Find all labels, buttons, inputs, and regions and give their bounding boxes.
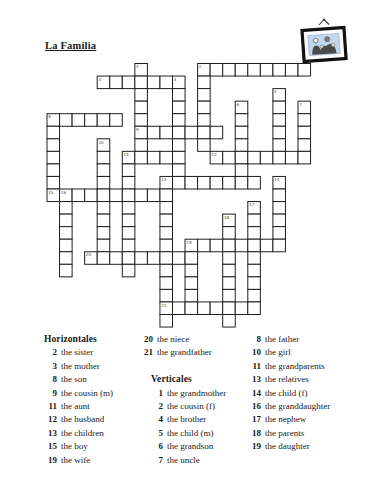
clue-number: 19	[249, 440, 261, 453]
grid-cell-r8c0[interactable]	[47, 164, 60, 177]
grid-cell-r11c18[interactable]	[273, 202, 286, 215]
clue-number: 8	[249, 333, 261, 346]
grid-cell-r9c6[interactable]	[122, 176, 135, 189]
clue-text: the parents	[265, 427, 304, 440]
clue-number: 10	[249, 346, 261, 359]
clue-item-down-17: 17the nephew	[249, 413, 330, 426]
grid-cell-r7c14[interactable]	[223, 151, 236, 164]
grid-cell-r12c16[interactable]	[248, 214, 261, 227]
grid-cell-r6c7[interactable]	[135, 139, 148, 152]
clue-item-down-4: 4the brother	[151, 413, 226, 426]
grid-cell-r5c11[interactable]	[185, 126, 198, 139]
grid-cell-r0c19[interactable]	[285, 64, 298, 77]
clue-number: 5	[151, 427, 163, 440]
grid-cell-r16c9[interactable]	[160, 264, 173, 277]
grid-cell-r10c6[interactable]	[122, 189, 135, 202]
clue-number: 13	[249, 373, 261, 386]
grid-cell-r14c1[interactable]	[60, 239, 73, 252]
clue-item-down-19: 19the daughter	[249, 440, 330, 453]
grid-cell-r5c18[interactable]	[273, 126, 286, 139]
grid-number-10: 10	[98, 140, 104, 145]
clue-text: the grandfather	[157, 346, 212, 359]
clue-text: the nephew	[265, 413, 306, 426]
grid-cell-r12c9[interactable]	[160, 214, 173, 227]
across-clues-list: 2the sister3the mother8the son9the cousi…	[44, 346, 113, 467]
grid-cell-r11c9[interactable]	[160, 202, 173, 215]
clue-text: the grandmother	[167, 387, 226, 400]
clue-text: the cousin (m)	[61, 387, 113, 400]
grid-cell-r5c13[interactable]	[210, 126, 223, 139]
clue-item-down-1: 1the grandmother	[151, 387, 226, 400]
grid-cell-r9c13[interactable]	[210, 176, 223, 189]
down-clues-column: Verticales 1the grandmother2the cousin (…	[151, 373, 226, 467]
grid-number-7: 7	[299, 102, 302, 107]
grid-cell-r2c12[interactable]	[198, 89, 211, 102]
grid-cell-r1c5[interactable]	[110, 76, 123, 89]
grid-cell-r13c4[interactable]	[97, 227, 110, 240]
grid-cell-r3c12[interactable]	[198, 101, 211, 114]
grid-cell-r6c0[interactable]	[47, 139, 60, 152]
grid-cell-r3c7[interactable]	[135, 101, 148, 114]
grid-number-13: 13	[161, 177, 167, 182]
clue-item-across-15: 15the boy	[44, 440, 113, 453]
grid-cell-r4c18[interactable]	[273, 114, 286, 127]
across-clues-continued: 20the niece21the grandfather	[142, 333, 212, 360]
clue-number: 18	[249, 427, 261, 440]
clue-text: the uncle	[167, 454, 200, 467]
clue-item-down-10: 10the girl	[249, 346, 330, 359]
grid-cell-r0c17[interactable]	[260, 64, 273, 77]
grid-cell-r16c16[interactable]	[248, 264, 261, 277]
grid-cell-r19c13[interactable]	[210, 302, 223, 315]
clue-number: 14	[249, 387, 261, 400]
grid-cell-r18c11[interactable]	[185, 289, 198, 302]
clue-item-down-8: 8the father	[249, 333, 330, 346]
grid-cell-r15c6[interactable]	[122, 252, 135, 265]
grid-cell-r16c6[interactable]	[122, 264, 135, 277]
grid-cell-r13c6[interactable]	[122, 227, 135, 240]
grid-number-19: 19	[186, 240, 192, 245]
grid-cell-r4c3[interactable]	[85, 114, 98, 127]
clue-text: the sister	[61, 346, 93, 359]
across-header: Horizontales	[44, 333, 113, 346]
clue-number: 15	[44, 440, 57, 453]
grid-number-6: 6	[236, 102, 239, 107]
clue-item-across-21: 21the grandfather	[142, 346, 212, 359]
grid-cell-r10c5[interactable]	[110, 189, 123, 202]
grid-cell-r0c15[interactable]	[235, 64, 248, 77]
grid-cell-r9c14[interactable]	[223, 176, 236, 189]
grid-cell-r0c13[interactable]	[210, 64, 223, 77]
clue-number: 2	[151, 400, 163, 413]
clue-number: 4	[151, 413, 163, 426]
grid-cell-r10c2[interactable]	[72, 189, 85, 202]
grid-cell-r1c9[interactable]	[160, 76, 173, 89]
clue-number: 11	[44, 400, 57, 413]
hanger-nail-icon	[319, 19, 329, 26]
grid-number-1: 1	[136, 64, 139, 69]
grid-number-4: 4	[174, 77, 177, 82]
grid-cell-r12c18[interactable]	[273, 214, 286, 227]
grid-cell-r15c14[interactable]	[223, 252, 236, 265]
clue-text: the husband	[61, 413, 104, 426]
clue-item-across-13: 13the children	[44, 427, 113, 440]
grid-number-8: 8	[48, 114, 51, 119]
grid-cell-r8c15[interactable]	[235, 164, 248, 177]
grid-cell-r11c6[interactable]	[122, 202, 135, 215]
grid-cell-r10c4[interactable]	[97, 189, 110, 202]
grid-cell-r14c16[interactable]	[248, 239, 261, 252]
clue-item-across-12: 12the husband	[44, 413, 113, 426]
clue-number: 6	[151, 440, 163, 453]
grid-cell-r10c9[interactable]	[160, 189, 173, 202]
clue-number: 3	[44, 360, 57, 373]
grid-cell-r9c0[interactable]	[47, 176, 60, 189]
grid-cell-r9c4[interactable]	[97, 176, 110, 189]
clue-number: 17	[249, 413, 261, 426]
grid-cell-r9c11[interactable]	[185, 176, 198, 189]
clue-item-down-5: 5the child (m)	[151, 427, 226, 440]
grid-cell-r10c7[interactable]	[135, 189, 148, 202]
clue-item-down-13: 13the relatives	[249, 373, 330, 386]
grid-cell-r6c20[interactable]	[298, 139, 311, 152]
grid-cell-r2c10[interactable]	[173, 89, 186, 102]
clue-text: the relatives	[265, 373, 309, 386]
grid-cell-r11c1[interactable]	[60, 202, 73, 215]
clue-text: the granddaughter	[265, 400, 330, 413]
grid-cell-r15c1[interactable]	[60, 252, 73, 265]
clue-text: the aunt	[61, 400, 90, 413]
grid-cell-r7c19[interactable]	[285, 151, 298, 164]
grid-cell-r19c15[interactable]	[235, 302, 248, 315]
grid-cell-r4c20[interactable]	[298, 114, 311, 127]
grid-number-11: 11	[124, 152, 130, 157]
grid-cell-r7c7[interactable]	[135, 151, 148, 164]
grid-cell-r0c20[interactable]	[298, 64, 311, 77]
grid-cell-r7c0[interactable]	[47, 151, 60, 164]
grid-cell-r0c16[interactable]	[248, 64, 261, 77]
grid-cell-r8c4[interactable]	[97, 164, 110, 177]
grid-cell-r12c4[interactable]	[97, 214, 110, 227]
grid-cell-r4c10[interactable]	[173, 114, 186, 127]
across-clues-column: Horizontales 2the sister3the mother8the …	[44, 333, 113, 467]
grid-cell-r13c14[interactable]	[223, 227, 236, 240]
grid-number-15: 15	[48, 190, 54, 195]
clue-item-across-11: 11the aunt	[44, 400, 113, 413]
grid-cell-r1c12[interactable]	[198, 76, 211, 89]
clue-number: 16	[249, 400, 261, 413]
clue-number: 2	[44, 346, 57, 359]
grid-number-3: 3	[98, 77, 101, 82]
grid-cell-r5c8[interactable]	[147, 126, 160, 139]
grid-cell-r0c14[interactable]	[223, 64, 236, 77]
grid-cell-r20c14[interactable]	[223, 315, 236, 328]
clue-text: the daughter	[265, 440, 310, 453]
grid-cell-r15c11[interactable]	[185, 252, 198, 265]
grid-cell-r6c12[interactable]	[198, 139, 211, 152]
grid-cell-r17c9[interactable]	[160, 277, 173, 290]
grid-cell-r1c8[interactable]	[147, 76, 160, 89]
grid-cell-r5c10[interactable]	[173, 126, 186, 139]
down-clues-list: 1the grandmother2the cousin (f)4the brot…	[151, 387, 226, 467]
clue-item-across-19: 19the wife	[44, 454, 113, 467]
grid-cell-r14c17[interactable]	[260, 239, 273, 252]
clue-item-down-7: 7the uncle	[151, 454, 226, 467]
grid-cell-r7c18[interactable]	[273, 151, 286, 164]
grid-number-5: 5	[274, 89, 277, 94]
grid-cell-r9c10[interactable]	[173, 176, 186, 189]
grid-cell-r7c20[interactable]	[298, 151, 311, 164]
clue-item-across-20: 20the niece	[142, 333, 212, 346]
grid-cell-r3c18[interactable]	[273, 101, 286, 114]
clue-number: 1	[151, 387, 163, 400]
grid-cell-r2c7[interactable]	[135, 89, 148, 102]
grid-cell-r19c16[interactable]	[248, 302, 261, 315]
clue-number: 12	[44, 413, 57, 426]
grid-cell-r5c0[interactable]	[47, 126, 60, 139]
grid-cell-r7c10[interactable]	[173, 151, 186, 164]
clue-item-across-3: 3the mother	[44, 360, 113, 373]
grid-cell-r14c15[interactable]	[235, 239, 248, 252]
clue-number: 7	[151, 454, 163, 467]
grid-cell-r7c17[interactable]	[260, 151, 273, 164]
grid-number-16: 16	[61, 190, 67, 195]
worksheet-page: La Familia 12345678910111213141516171819…	[0, 0, 386, 500]
grid-cell-r11c4[interactable]	[97, 202, 110, 215]
clue-text: the mother	[61, 360, 100, 373]
clue-text: the niece	[157, 333, 189, 346]
grid-cell-r4c5[interactable]	[110, 114, 123, 127]
grid-cell-r15c9[interactable]	[160, 252, 173, 265]
grid-cell-r6c10[interactable]	[173, 139, 186, 152]
clue-number: 20	[142, 333, 153, 346]
clue-text: the child (f)	[265, 387, 307, 400]
clue-number: 13	[44, 427, 57, 440]
clue-text: the boy	[61, 440, 88, 453]
down-header: Verticales	[151, 373, 226, 386]
grid-number-14: 14	[274, 177, 280, 182]
grid-cell-r14c9[interactable]	[160, 239, 173, 252]
clue-item-down-18: 18the parents	[249, 427, 330, 440]
clue-item-down-2: 2the cousin (f)	[151, 400, 226, 413]
grid-cell-r7c8[interactable]	[147, 151, 160, 164]
grid-cell-r3c10[interactable]	[173, 101, 186, 114]
grid-cell-r18c9[interactable]	[160, 289, 173, 302]
clue-item-across-2: 2the sister	[44, 346, 113, 359]
grid-cell-r4c2[interactable]	[72, 114, 85, 127]
clue-text: the grandparents	[265, 360, 325, 373]
grid-cell-r7c16[interactable]	[248, 151, 261, 164]
clue-item-down-14: 14the child (f)	[249, 387, 330, 400]
grid-cell-r18c14[interactable]	[223, 289, 236, 302]
grid-cell-r5c12[interactable]	[198, 126, 211, 139]
clue-text: the son	[61, 373, 87, 386]
grid-cell-r15c5[interactable]	[110, 252, 123, 265]
grid-cell-r1c7[interactable]	[135, 76, 148, 89]
clue-text: the girl	[265, 346, 291, 359]
clue-text: the children	[61, 427, 104, 440]
grid-cell-r14c13[interactable]	[210, 239, 223, 252]
grid-number-21: 21	[161, 303, 167, 308]
grid-cell-r4c1[interactable]	[60, 114, 73, 127]
grid-cell-r13c9[interactable]	[160, 227, 173, 240]
grid-cell-r4c15[interactable]	[235, 114, 248, 127]
clue-item-down-6: 6the grandson	[151, 440, 226, 453]
grid-number-17: 17	[249, 202, 255, 207]
grid-cell-r12c6[interactable]	[122, 214, 135, 227]
clue-item-down-16: 16the granddaughter	[249, 400, 330, 413]
page-title: La Familia	[45, 39, 96, 52]
grid-cell-r6c18[interactable]	[273, 139, 286, 152]
down-clues-continued: 8the father10the girl11the grandparents1…	[249, 333, 330, 454]
grid-cell-r17c11[interactable]	[185, 277, 198, 290]
grid-cell-r13c16[interactable]	[248, 227, 261, 240]
grid-cell-r6c15[interactable]	[235, 139, 248, 152]
clue-text: the cousin (f)	[167, 400, 215, 413]
grid-cell-r7c4[interactable]	[97, 151, 110, 164]
grid-cell-r7c15[interactable]	[235, 151, 248, 164]
grid-number-18: 18	[224, 215, 230, 220]
grid-cell-r8c6[interactable]	[122, 164, 135, 177]
clue-number: 9	[44, 387, 57, 400]
clue-number: 21	[142, 346, 153, 359]
clue-text: the grandson	[167, 440, 213, 453]
grid-cell-r15c10[interactable]	[173, 252, 186, 265]
grid-cell-r14c14[interactable]	[223, 239, 236, 252]
grid-cell-r9c16[interactable]	[248, 176, 261, 189]
grid-cell-r15c4[interactable]	[97, 252, 110, 265]
grid-cell-r18c16[interactable]	[248, 289, 261, 302]
grid-number-12: 12	[211, 152, 217, 157]
clue-number: 11	[249, 360, 261, 373]
grid-cell-r16c11[interactable]	[185, 264, 198, 277]
grid-cell-r4c12[interactable]	[198, 114, 211, 127]
grid-cell-r9c15[interactable]	[235, 176, 248, 189]
grid-cell-r16c14[interactable]	[223, 264, 236, 277]
grid-cell-r1c6[interactable]	[122, 76, 135, 89]
clue-text: the brother	[167, 413, 206, 426]
grid-cell-r17c14[interactable]	[223, 277, 236, 290]
clue-text: the child (m)	[167, 427, 214, 440]
grid-cell-r13c18[interactable]	[273, 227, 286, 240]
grid-cell-r7c9[interactable]	[160, 151, 173, 164]
clue-item-across-9: 9the cousin (m)	[44, 387, 113, 400]
grid-cell-r19c11[interactable]	[185, 302, 198, 315]
grid-cell-r16c1[interactable]	[60, 264, 73, 277]
grid-cell-r15c16[interactable]	[248, 252, 261, 265]
grid-cell-r0c18[interactable]	[273, 64, 286, 77]
crossword-grid[interactable]: 123456789101112131415161718192021	[40, 57, 320, 331]
grid-cell-r14c4[interactable]	[97, 239, 110, 252]
grid-cell-r19c14[interactable]	[223, 302, 236, 315]
grid-number-20: 20	[86, 252, 92, 257]
grid-cell-r20c9[interactable]	[160, 315, 173, 328]
grid-cell-r4c4[interactable]	[97, 114, 110, 127]
grid-cell-r19c10[interactable]	[173, 302, 186, 315]
grid-cell-r12c1[interactable]	[60, 214, 73, 227]
grid-cell-r14c6[interactable]	[122, 239, 135, 252]
grid-cell-r10c18[interactable]	[273, 189, 286, 202]
grid-cell-r8c10[interactable]	[173, 164, 186, 177]
clue-item-across-8: 8the son	[44, 373, 113, 386]
grid-cell-r5c9[interactable]	[160, 126, 173, 139]
grid-cell-r5c15[interactable]	[235, 126, 248, 139]
clue-number: 19	[44, 454, 57, 467]
grid-cell-r9c12[interactable]	[198, 176, 211, 189]
grid-number-2: 2	[199, 64, 202, 69]
grid-cell-r13c1[interactable]	[60, 227, 73, 240]
clue-text: the father	[265, 333, 299, 346]
grid-cell-r17c16[interactable]	[248, 277, 261, 290]
clue-text: the wife	[61, 454, 90, 467]
grid-cell-r14c18[interactable]	[273, 239, 286, 252]
grid-cell-r4c7[interactable]	[135, 114, 148, 127]
grid-cell-r19c12[interactable]	[198, 302, 211, 315]
grid-cell-r14c12[interactable]	[198, 239, 211, 252]
clue-item-down-11: 11the grandparents	[249, 360, 330, 373]
grid-number-9: 9	[136, 127, 139, 132]
grid-cell-r5c20[interactable]	[298, 126, 311, 139]
clue-number: 8	[44, 373, 57, 386]
grid-cell-r10c3[interactable]	[85, 189, 98, 202]
grid-cell-r10c8[interactable]	[147, 189, 160, 202]
grid-cell-r15c8[interactable]	[147, 252, 160, 265]
grid-cell-r15c7[interactable]	[135, 252, 148, 265]
